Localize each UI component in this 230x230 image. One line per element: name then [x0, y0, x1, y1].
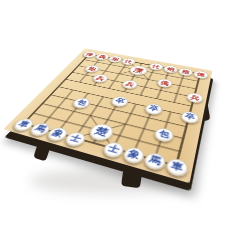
product-photo-scene: 俥傌相仕仕炮相俥漢炮傌兵兵兵卒卒卒包包楚車馬象士士象馬車 [0, 0, 230, 230]
board-foot-front [121, 171, 142, 188]
